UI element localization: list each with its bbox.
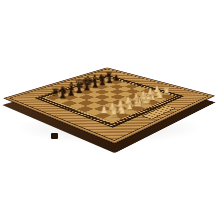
piece-black-pawn: ♟ [53, 91, 71, 100]
piece-white-rook: ♜ [103, 108, 124, 119]
board-foot-left [51, 133, 58, 139]
chess-set-product-photo: ♜♞♝♛♚♝♞♜♟♟♟♟♟♟♟♟♟♟♟♟♟♟♟♟♜♞♝♛♚♝♞♜ [0, 0, 220, 200]
